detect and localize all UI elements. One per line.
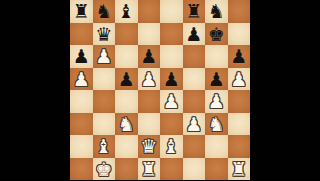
piece-black-queen[interactable]: ♛ — [95, 23, 112, 45]
piece-white-rook[interactable]: ♜ — [140, 158, 157, 180]
square-f4[interactable] — [183, 90, 206, 113]
piece-black-rook[interactable]: ♜ — [185, 0, 202, 22]
square-d6[interactable]: ♟ — [138, 45, 161, 68]
square-h7[interactable] — [228, 23, 251, 46]
square-a2[interactable] — [70, 135, 93, 158]
square-f8[interactable]: ♜ — [183, 0, 206, 23]
piece-white-pawn[interactable]: ♟ — [140, 68, 157, 90]
square-f6[interactable] — [183, 45, 206, 68]
square-g1[interactable] — [205, 158, 228, 181]
piece-white-pawn[interactable]: ♟ — [185, 113, 202, 135]
piece-black-pawn[interactable]: ♟ — [118, 68, 135, 90]
piece-white-bishop[interactable]: ♝ — [163, 135, 180, 157]
square-h6[interactable]: ♟ — [228, 45, 251, 68]
square-b3[interactable] — [93, 113, 116, 136]
square-d4[interactable] — [138, 90, 161, 113]
square-b4[interactable] — [93, 90, 116, 113]
left-letterbox-bar — [0, 0, 70, 180]
square-a8[interactable]: ♜ — [70, 0, 93, 23]
piece-black-pawn[interactable]: ♟ — [185, 23, 202, 45]
square-a1[interactable] — [70, 158, 93, 181]
square-c1[interactable] — [115, 158, 138, 181]
square-e6[interactable] — [160, 45, 183, 68]
piece-black-king[interactable]: ♚ — [208, 23, 225, 45]
piece-black-knight[interactable]: ♞ — [208, 0, 225, 22]
square-e5[interactable]: ♟ — [160, 68, 183, 91]
piece-black-pawn[interactable]: ♟ — [73, 45, 90, 67]
square-a6[interactable]: ♟ — [70, 45, 93, 68]
square-f7[interactable]: ♟ — [183, 23, 206, 46]
square-a3[interactable] — [70, 113, 93, 136]
piece-white-rook[interactable]: ♜ — [230, 158, 247, 180]
square-a5[interactable]: ♟ — [70, 68, 93, 91]
square-g7[interactable]: ♚ — [205, 23, 228, 46]
piece-black-knight[interactable]: ♞ — [95, 0, 112, 22]
square-e7[interactable] — [160, 23, 183, 46]
square-e1[interactable] — [160, 158, 183, 181]
square-b8[interactable]: ♞ — [93, 0, 116, 23]
piece-black-pawn[interactable]: ♟ — [208, 68, 225, 90]
square-h5[interactable]: ♟ — [228, 68, 251, 91]
square-e2[interactable]: ♝ — [160, 135, 183, 158]
square-a7[interactable] — [70, 23, 93, 46]
piece-white-pawn[interactable]: ♟ — [208, 90, 225, 112]
chess-board: ♜♞♝♜♞♛♟♚♟♟♟♟♟♟♟♟♟♟♟♟♞♟♞♝♛♝♚♜♜ — [70, 0, 250, 180]
square-c2[interactable] — [115, 135, 138, 158]
square-g4[interactable]: ♟ — [205, 90, 228, 113]
square-b5[interactable] — [93, 68, 116, 91]
square-h3[interactable] — [228, 113, 251, 136]
piece-white-queen[interactable]: ♛ — [140, 135, 157, 157]
square-c6[interactable] — [115, 45, 138, 68]
square-d1[interactable]: ♜ — [138, 158, 161, 181]
piece-white-knight[interactable]: ♞ — [118, 113, 135, 135]
square-b2[interactable]: ♝ — [93, 135, 116, 158]
square-f2[interactable] — [183, 135, 206, 158]
square-g5[interactable]: ♟ — [205, 68, 228, 91]
square-c5[interactable]: ♟ — [115, 68, 138, 91]
square-b1[interactable]: ♚ — [93, 158, 116, 181]
square-b7[interactable]: ♛ — [93, 23, 116, 46]
square-e3[interactable] — [160, 113, 183, 136]
piece-white-bishop[interactable]: ♝ — [95, 135, 112, 157]
square-h1[interactable]: ♜ — [228, 158, 251, 181]
square-e8[interactable] — [160, 0, 183, 23]
square-h8[interactable] — [228, 0, 251, 23]
square-c8[interactable]: ♝ — [115, 0, 138, 23]
piece-black-pawn[interactable]: ♟ — [163, 68, 180, 90]
piece-white-pawn[interactable]: ♟ — [73, 68, 90, 90]
square-h2[interactable] — [228, 135, 251, 158]
square-d2[interactable]: ♛ — [138, 135, 161, 158]
piece-black-pawn[interactable]: ♟ — [230, 45, 247, 67]
square-c3[interactable]: ♞ — [115, 113, 138, 136]
square-h4[interactable] — [228, 90, 251, 113]
video-frame: ♜♞♝♜♞♛♟♚♟♟♟♟♟♟♟♟♟♟♟♟♞♟♞♝♛♝♚♜♜ — [0, 0, 320, 180]
square-g8[interactable]: ♞ — [205, 0, 228, 23]
square-c7[interactable] — [115, 23, 138, 46]
piece-white-king[interactable]: ♚ — [95, 158, 112, 180]
square-b6[interactable]: ♟ — [93, 45, 116, 68]
piece-white-knight[interactable]: ♞ — [208, 113, 225, 135]
square-e4[interactable]: ♟ — [160, 90, 183, 113]
square-d3[interactable] — [138, 113, 161, 136]
square-f5[interactable] — [183, 68, 206, 91]
square-d8[interactable] — [138, 0, 161, 23]
piece-white-pawn[interactable]: ♟ — [163, 90, 180, 112]
square-g3[interactable]: ♞ — [205, 113, 228, 136]
square-g6[interactable] — [205, 45, 228, 68]
piece-white-pawn[interactable]: ♟ — [95, 45, 112, 67]
square-g2[interactable] — [205, 135, 228, 158]
square-f3[interactable]: ♟ — [183, 113, 206, 136]
piece-black-bishop[interactable]: ♝ — [118, 0, 135, 22]
piece-black-pawn[interactable]: ♟ — [140, 45, 157, 67]
piece-white-pawn[interactable]: ♟ — [230, 68, 247, 90]
piece-black-rook[interactable]: ♜ — [73, 0, 90, 22]
square-d5[interactable]: ♟ — [138, 68, 161, 91]
square-c4[interactable] — [115, 90, 138, 113]
square-f1[interactable] — [183, 158, 206, 181]
square-d7[interactable] — [138, 23, 161, 46]
right-letterbox-bar — [250, 0, 320, 180]
square-a4[interactable] — [70, 90, 93, 113]
